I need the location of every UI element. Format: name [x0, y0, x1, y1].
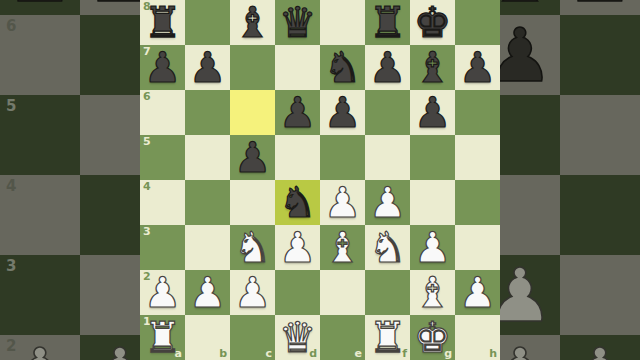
- square-b1[interactable]: b: [185, 315, 230, 360]
- square-g8[interactable]: ♚: [410, 0, 455, 45]
- square-d2[interactable]: [275, 270, 320, 315]
- square-b6[interactable]: [185, 90, 230, 135]
- square-b3[interactable]: [185, 225, 230, 270]
- file-label-b: b: [219, 348, 227, 359]
- piece-white-king[interactable]: ♚: [414, 317, 452, 359]
- square-f8[interactable]: ♜: [365, 0, 410, 45]
- piece-white-rook[interactable]: ♜: [144, 317, 182, 359]
- square-e7[interactable]: ♞: [320, 45, 365, 90]
- piece-black-pawn: ♟: [500, 18, 553, 92]
- square-g1[interactable]: g♚: [410, 315, 455, 360]
- bg-square-b2: ♟: [80, 335, 140, 360]
- bg-square-b3: [80, 255, 140, 335]
- piece-white-pawn: ♟: [500, 258, 553, 332]
- square-b4[interactable]: [185, 180, 230, 225]
- file-label-e: e: [355, 348, 362, 359]
- background-board-grid-left: ♟♟65432♟♟: [0, 0, 140, 360]
- background-board-strip-left: ♟♟65432♟♟: [0, 0, 140, 360]
- square-g5[interactable]: [410, 135, 455, 180]
- square-e1[interactable]: e: [320, 315, 365, 360]
- piece-black-pawn[interactable]: ♟: [459, 47, 497, 89]
- piece-white-pawn[interactable]: ♟: [189, 272, 227, 314]
- piece-black-pawn: ♟: [87, 0, 140, 12]
- rank-label-3: 3: [143, 226, 151, 237]
- piece-white-pawn[interactable]: ♟: [369, 182, 407, 224]
- bg-square-h7: ♟: [560, 0, 640, 15]
- piece-black-rook[interactable]: ♜: [144, 2, 182, 44]
- square-e3[interactable]: ♝: [320, 225, 365, 270]
- square-f2[interactable]: [365, 270, 410, 315]
- file-label-c: c: [265, 348, 272, 359]
- rank-label-5: 5: [143, 136, 151, 147]
- piece-white-rook[interactable]: ♜: [369, 317, 407, 359]
- piece-white-knight[interactable]: ♞: [234, 227, 272, 269]
- square-h2[interactable]: ♟: [455, 270, 500, 315]
- square-f4[interactable]: ♟: [365, 180, 410, 225]
- square-a5[interactable]: 5: [140, 135, 185, 180]
- piece-white-pawn[interactable]: ♟: [459, 272, 497, 314]
- square-g3[interactable]: ♟: [410, 225, 455, 270]
- bg-square-a7: ♟: [0, 0, 80, 15]
- bg-square-h4: [560, 175, 640, 255]
- bg-square-a2: 2♟: [0, 335, 80, 360]
- piece-black-pawn[interactable]: ♟: [189, 47, 227, 89]
- square-b7[interactable]: ♟: [185, 45, 230, 90]
- square-h6[interactable]: [455, 90, 500, 135]
- square-h7[interactable]: ♟: [455, 45, 500, 90]
- square-h1[interactable]: h: [455, 315, 500, 360]
- piece-black-knight[interactable]: ♞: [279, 182, 317, 224]
- square-e4[interactable]: ♟: [320, 180, 365, 225]
- piece-white-pawn[interactable]: ♟: [279, 227, 317, 269]
- square-f7[interactable]: ♟: [365, 45, 410, 90]
- piece-white-pawn[interactable]: ♟: [414, 227, 452, 269]
- square-e8[interactable]: [320, 0, 365, 45]
- piece-white-pawn: ♟: [87, 338, 140, 360]
- square-c8[interactable]: ♝: [230, 0, 275, 45]
- bg-rank-label-4: 4: [6, 179, 16, 194]
- background-board-strip-right: ♝♟♟♟♝♟: [500, 0, 640, 360]
- bg-rank-label-3: 3: [6, 259, 16, 274]
- bg-square-a6: 6: [0, 15, 80, 95]
- bg-square-h6: [560, 15, 640, 95]
- square-g2[interactable]: ♝: [410, 270, 455, 315]
- square-f1[interactable]: f♜: [365, 315, 410, 360]
- video-frame: ♟♟65432♟♟ ♝♟♟♟♝♟ 8♜♝♛♜♚7♟♟♞♟♝♟6♟♟♟5♟4♞♟♟…: [0, 0, 640, 360]
- piece-black-knight[interactable]: ♞: [324, 47, 362, 89]
- piece-black-pawn[interactable]: ♟: [324, 92, 362, 134]
- piece-white-pawn[interactable]: ♟: [324, 182, 362, 224]
- piece-black-pawn: ♟: [567, 0, 633, 12]
- bg-rank-label-6: 6: [6, 19, 16, 34]
- square-h4[interactable]: [455, 180, 500, 225]
- square-f6[interactable]: [365, 90, 410, 135]
- square-a1[interactable]: 1a♜: [140, 315, 185, 360]
- square-f3[interactable]: ♞: [365, 225, 410, 270]
- piece-black-pawn[interactable]: ♟: [414, 92, 452, 134]
- file-label-h: h: [489, 348, 497, 359]
- piece-black-pawn[interactable]: ♟: [234, 137, 272, 179]
- bg-square-g3: ♟: [500, 255, 560, 335]
- bg-square-h5: [560, 95, 640, 175]
- square-b2[interactable]: ♟: [185, 270, 230, 315]
- bg-square-h3: [560, 255, 640, 335]
- square-d5[interactable]: [275, 135, 320, 180]
- square-f5[interactable]: [365, 135, 410, 180]
- square-c3[interactable]: ♞: [230, 225, 275, 270]
- piece-black-bishop[interactable]: ♝: [414, 47, 452, 89]
- rank-label-6: 6: [143, 91, 151, 102]
- piece-white-bishop[interactable]: ♝: [414, 272, 452, 314]
- square-h5[interactable]: [455, 135, 500, 180]
- bg-square-g6: ♟: [500, 15, 560, 95]
- square-c5[interactable]: ♟: [230, 135, 275, 180]
- piece-black-king[interactable]: ♚: [414, 2, 452, 44]
- bg-square-b4: [80, 175, 140, 255]
- bg-square-b5: [80, 95, 140, 175]
- square-d1[interactable]: d♛: [275, 315, 320, 360]
- bg-square-b7: ♟: [80, 0, 140, 15]
- square-h8[interactable]: [455, 0, 500, 45]
- bg-square-a5: 5: [0, 95, 80, 175]
- piece-black-bishop[interactable]: ♝: [234, 2, 272, 44]
- piece-white-pawn[interactable]: ♟: [144, 272, 182, 314]
- square-e5[interactable]: [320, 135, 365, 180]
- square-a4[interactable]: 4: [140, 180, 185, 225]
- piece-black-pawn: ♟: [7, 0, 73, 12]
- square-a3[interactable]: 3: [140, 225, 185, 270]
- piece-white-bishop: ♝: [500, 338, 553, 360]
- piece-white-pawn: ♟: [7, 338, 73, 360]
- piece-white-queen[interactable]: ♛: [279, 317, 317, 359]
- chess-board[interactable]: 8♜♝♛♜♚7♟♟♞♟♝♟6♟♟♟5♟4♞♟♟3♞♟♝♞♟2♟♟♟♝♟1a♜bc…: [140, 0, 500, 360]
- square-d4[interactable]: ♞: [275, 180, 320, 225]
- piece-white-pawn[interactable]: ♟: [234, 272, 272, 314]
- square-c1[interactable]: c: [230, 315, 275, 360]
- rank-label-4: 4: [143, 181, 151, 192]
- square-a7[interactable]: 7♟: [140, 45, 185, 90]
- square-e6[interactable]: ♟: [320, 90, 365, 135]
- square-d6[interactable]: ♟: [275, 90, 320, 135]
- square-g6[interactable]: ♟: [410, 90, 455, 135]
- bg-rank-label-2: 2: [6, 339, 16, 354]
- bg-square-a3: 3: [0, 255, 80, 335]
- piece-white-pawn: ♟: [567, 338, 633, 360]
- square-d7[interactable]: [275, 45, 320, 90]
- bg-square-b6: [80, 15, 140, 95]
- square-h3[interactable]: [455, 225, 500, 270]
- square-c4[interactable]: [230, 180, 275, 225]
- bg-square-g4: [500, 175, 560, 255]
- background-board-grid-right: ♝♟♟♟♝♟: [500, 0, 640, 360]
- piece-white-bishop[interactable]: ♝: [324, 227, 362, 269]
- square-a6[interactable]: 6: [140, 90, 185, 135]
- piece-white-knight[interactable]: ♞: [369, 227, 407, 269]
- bg-square-a4: 4: [0, 175, 80, 255]
- square-g7[interactable]: ♝: [410, 45, 455, 90]
- piece-black-pawn[interactable]: ♟: [279, 92, 317, 134]
- bg-rank-label-5: 5: [6, 99, 16, 114]
- square-c2[interactable]: ♟: [230, 270, 275, 315]
- piece-black-bishop: ♝: [500, 0, 553, 12]
- square-c7[interactable]: [230, 45, 275, 90]
- bg-square-g2: ♝: [500, 335, 560, 360]
- bg-square-g5: [500, 95, 560, 175]
- piece-black-rook[interactable]: ♜: [369, 2, 407, 44]
- bg-square-h2: ♟: [560, 335, 640, 360]
- square-e2[interactable]: [320, 270, 365, 315]
- square-c6[interactable]: [230, 90, 275, 135]
- square-d3[interactable]: ♟: [275, 225, 320, 270]
- square-b8[interactable]: [185, 0, 230, 45]
- square-a2[interactable]: 2♟: [140, 270, 185, 315]
- piece-black-pawn[interactable]: ♟: [369, 47, 407, 89]
- square-b5[interactable]: [185, 135, 230, 180]
- piece-black-pawn[interactable]: ♟: [144, 47, 182, 89]
- square-a8[interactable]: 8♜: [140, 0, 185, 45]
- piece-black-queen[interactable]: ♛: [279, 2, 317, 44]
- square-g4[interactable]: [410, 180, 455, 225]
- square-d8[interactable]: ♛: [275, 0, 320, 45]
